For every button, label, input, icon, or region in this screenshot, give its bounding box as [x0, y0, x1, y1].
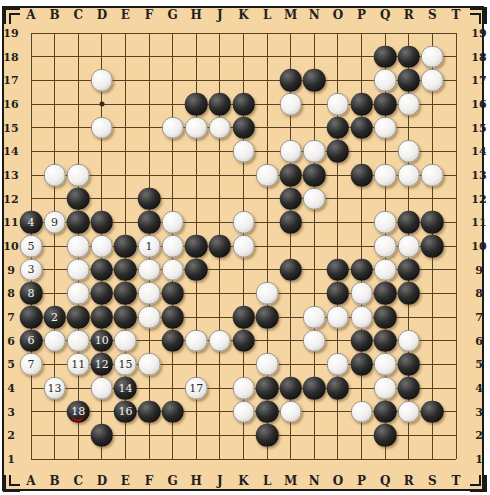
- coord-letter-bottom: D: [97, 475, 107, 487]
- black-stone-M13[interactable]: [279, 164, 302, 187]
- black-stone-R5[interactable]: [398, 353, 421, 376]
- move-number-label: 7: [21, 354, 42, 375]
- coord-number-left: 18: [3, 51, 18, 62]
- black-stone-Q8[interactable]: [374, 282, 397, 305]
- black-stone-N13[interactable]: [303, 164, 326, 187]
- white-stone-L5[interactable]: [256, 353, 279, 376]
- coord-number-right: 17: [471, 75, 486, 86]
- white-stone-B13[interactable]: [43, 164, 66, 187]
- coord-number-right: 14: [471, 146, 486, 157]
- black-stone-M4[interactable]: [279, 377, 302, 400]
- frame-corner-ornament: [3, 7, 21, 25]
- black-stone-C12[interactable]: [67, 187, 90, 210]
- black-stone-O14[interactable]: [327, 140, 350, 163]
- black-stone-C7[interactable]: [67, 306, 90, 329]
- coord-number-right: 7: [475, 312, 483, 323]
- coord-letter-bottom: G: [168, 475, 178, 487]
- move-number-label: 10: [91, 329, 114, 352]
- black-stone-M17[interactable]: [279, 69, 302, 92]
- move-number-label: 2: [43, 306, 66, 329]
- white-stone-E5[interactable]: 15: [114, 353, 137, 376]
- black-stone-L4[interactable]: [256, 377, 279, 400]
- black-stone-R11[interactable]: [398, 211, 421, 234]
- coord-letter-top: D: [97, 9, 107, 21]
- white-stone-L8[interactable]: [256, 282, 279, 305]
- black-stone-E3[interactable]: 16: [114, 400, 137, 423]
- black-stone-C3[interactable]: 18: [67, 400, 90, 423]
- black-stone-R17[interactable]: [398, 69, 421, 92]
- black-stone-O15[interactable]: [327, 116, 350, 139]
- white-stone-H6[interactable]: [185, 329, 208, 352]
- coord-letter-bottom: T: [452, 475, 461, 487]
- white-stone-B4[interactable]: 13: [43, 377, 66, 400]
- white-stone-B11[interactable]: 9: [43, 211, 66, 234]
- coord-letter-bottom: P: [357, 475, 366, 487]
- coord-letter-bottom: E: [121, 475, 130, 487]
- coord-number-left: 15: [3, 122, 18, 133]
- white-stone-D10[interactable]: [91, 235, 114, 258]
- black-stone-F3[interactable]: [138, 400, 161, 423]
- black-stone-R4[interactable]: [398, 377, 421, 400]
- black-stone-G6[interactable]: [161, 329, 184, 352]
- black-stone-P13[interactable]: [350, 164, 373, 187]
- move-number-label: 14: [114, 377, 137, 400]
- black-stone-D6[interactable]: 10: [91, 329, 114, 352]
- white-stone-R3[interactable]: [398, 400, 421, 423]
- black-stone-D7[interactable]: [91, 306, 114, 329]
- white-stone-G10[interactable]: [161, 235, 184, 258]
- coord-letter-bottom: B: [50, 475, 60, 487]
- white-stone-P7[interactable]: [350, 306, 373, 329]
- black-stone-B7[interactable]: 2: [43, 306, 66, 329]
- white-stone-G15[interactable]: [161, 116, 184, 139]
- coord-letter-bottom: H: [191, 475, 202, 487]
- move-number-label: 15: [115, 354, 136, 375]
- black-stone-Q7[interactable]: [374, 306, 397, 329]
- black-stone-D8[interactable]: [91, 282, 114, 305]
- coord-letter-top: K: [238, 9, 248, 21]
- coord-letter-bottom: J: [217, 475, 223, 487]
- black-stone-Q16[interactable]: [374, 93, 397, 116]
- coord-letter-top: O: [333, 9, 343, 21]
- move-number-label: 1: [139, 236, 160, 257]
- black-stone-A11[interactable]: 4: [20, 211, 43, 234]
- white-stone-D4[interactable]: [91, 377, 114, 400]
- black-stone-Q3[interactable]: [374, 400, 397, 423]
- white-stone-H15[interactable]: [185, 116, 208, 139]
- white-stone-N14[interactable]: [303, 140, 326, 163]
- black-stone-R9[interactable]: [398, 258, 421, 281]
- coord-number-right: 16: [471, 99, 486, 110]
- star-point: [99, 102, 104, 107]
- white-stone-S17[interactable]: [421, 69, 444, 92]
- coord-number-left: 7: [7, 312, 15, 323]
- black-stone-K16[interactable]: [232, 93, 255, 116]
- black-stone-N17[interactable]: [303, 69, 326, 92]
- coord-number-left: 5: [7, 359, 15, 370]
- coord-letter-top: L: [263, 9, 271, 21]
- white-stone-Q10[interactable]: [374, 235, 397, 258]
- coord-letter-top: J: [217, 9, 223, 21]
- coord-letter-top: R: [404, 9, 414, 21]
- white-stone-A5[interactable]: 7: [20, 353, 43, 376]
- white-stone-N12[interactable]: [303, 187, 326, 210]
- coord-number-right: 6: [475, 335, 483, 346]
- frame-corner-ornament: [469, 7, 487, 25]
- coord-letter-bottom: N: [309, 475, 320, 487]
- coord-number-right: 9: [475, 264, 483, 275]
- white-stone-Q9[interactable]: [374, 258, 397, 281]
- coord-letter-top: E: [121, 9, 130, 21]
- black-stone-D9[interactable]: [91, 258, 114, 281]
- black-stone-M11[interactable]: [279, 211, 302, 234]
- white-stone-K3[interactable]: [232, 400, 255, 423]
- black-stone-K15[interactable]: [232, 116, 255, 139]
- coord-number-left: 19: [3, 28, 18, 39]
- coord-letter-bottom: S: [428, 475, 437, 487]
- white-stone-R10[interactable]: [398, 235, 421, 258]
- move-number-label: 17: [186, 378, 207, 399]
- black-stone-J10[interactable]: [209, 235, 232, 258]
- black-stone-E4[interactable]: 14: [114, 377, 137, 400]
- white-stone-Q15[interactable]: [374, 116, 397, 139]
- coord-number-right: 15: [471, 122, 486, 133]
- white-stone-O16[interactable]: [327, 93, 350, 116]
- coord-number-right: 18: [471, 51, 486, 62]
- black-stone-E7[interactable]: [114, 306, 137, 329]
- white-stone-F8[interactable]: [138, 282, 161, 305]
- white-stone-Q13[interactable]: [374, 164, 397, 187]
- black-stone-P9[interactable]: [350, 258, 373, 281]
- coord-letter-top: N: [309, 9, 320, 21]
- white-stone-S18[interactable]: [421, 45, 444, 68]
- coord-letter-top: B: [50, 9, 60, 21]
- black-stone-Q18[interactable]: [374, 45, 397, 68]
- black-stone-K6[interactable]: [232, 329, 255, 352]
- move-number-label: 12: [91, 353, 114, 376]
- coord-letter-bottom: L: [263, 475, 271, 487]
- move-number-label: 5: [21, 236, 42, 257]
- black-stone-R8[interactable]: [398, 282, 421, 305]
- coord-letter-top: F: [145, 9, 154, 21]
- black-stone-O9[interactable]: [327, 258, 350, 281]
- white-stone-S13[interactable]: [421, 164, 444, 187]
- white-stone-R6[interactable]: [398, 329, 421, 352]
- move-number-label: 3: [21, 259, 42, 280]
- move-number-label: 9: [44, 212, 65, 233]
- coord-number-right: 4: [475, 383, 483, 394]
- white-stone-O7[interactable]: [327, 306, 350, 329]
- coord-letter-top: P: [357, 9, 366, 21]
- coord-number-right: 3: [475, 406, 483, 417]
- coord-number-left: 1: [7, 454, 15, 465]
- coord-letter-top: C: [73, 9, 83, 21]
- white-stone-Q4[interactable]: [374, 377, 397, 400]
- black-stone-L3[interactable]: [256, 400, 279, 423]
- coord-number-left: 13: [3, 170, 18, 181]
- black-stone-A8[interactable]: 8: [20, 282, 43, 305]
- coord-number-right: 13: [471, 170, 486, 181]
- black-stone-L7[interactable]: [256, 306, 279, 329]
- white-stone-J6[interactable]: [209, 329, 232, 352]
- white-stone-F10[interactable]: 1: [138, 235, 161, 258]
- grid-line-horizontal: [31, 459, 456, 460]
- white-stone-K11[interactable]: [232, 211, 255, 234]
- black-stone-P6[interactable]: [350, 329, 373, 352]
- black-stone-G8[interactable]: [161, 282, 184, 305]
- black-stone-K7[interactable]: [232, 306, 255, 329]
- white-stone-K10[interactable]: [232, 235, 255, 258]
- white-stone-R13[interactable]: [398, 164, 421, 187]
- coord-number-right: 1: [475, 454, 483, 465]
- white-stone-M16[interactable]: [279, 93, 302, 116]
- white-stone-K14[interactable]: [232, 140, 255, 163]
- white-stone-Q5[interactable]: [374, 353, 397, 376]
- coord-letter-bottom: C: [73, 475, 83, 487]
- black-stone-D5[interactable]: 12: [91, 353, 114, 376]
- white-stone-H4[interactable]: 17: [185, 377, 208, 400]
- coord-letter-top: Q: [380, 9, 390, 21]
- coord-letter-top: M: [284, 9, 297, 21]
- black-stone-O8[interactable]: [327, 282, 350, 305]
- black-stone-O4[interactable]: [327, 377, 350, 400]
- white-stone-L13[interactable]: [256, 164, 279, 187]
- coord-number-left: 3: [7, 406, 15, 417]
- coord-letter-top: H: [191, 9, 202, 21]
- coord-number-right: 10: [471, 241, 486, 252]
- black-stone-P15[interactable]: [350, 116, 373, 139]
- black-stone-R18[interactable]: [398, 45, 421, 68]
- move-number-label: 4: [20, 211, 43, 234]
- black-stone-S3[interactable]: [421, 400, 444, 423]
- coord-number-left: 14: [3, 146, 18, 157]
- move-number-label: 8: [20, 282, 43, 305]
- black-stone-D2[interactable]: [91, 424, 114, 447]
- coord-number-left: 8: [7, 288, 15, 299]
- black-stone-G3[interactable]: [161, 400, 184, 423]
- black-stone-E8[interactable]: [114, 282, 137, 305]
- move-number-label: 13: [44, 378, 65, 399]
- black-stone-H9[interactable]: [185, 258, 208, 281]
- black-stone-S10[interactable]: [421, 235, 444, 258]
- black-stone-E10[interactable]: [114, 235, 137, 258]
- black-stone-P5[interactable]: [350, 353, 373, 376]
- coord-letter-top: A: [26, 9, 35, 21]
- black-stone-C11[interactable]: [67, 211, 90, 234]
- white-stone-C6[interactable]: [67, 329, 90, 352]
- coord-letter-bottom: M: [284, 475, 297, 487]
- black-stone-E9[interactable]: [114, 258, 137, 281]
- coord-letter-bottom: R: [404, 475, 414, 487]
- white-stone-C8[interactable]: [67, 282, 90, 305]
- white-stone-M3[interactable]: [279, 400, 302, 423]
- white-stone-C9[interactable]: [67, 258, 90, 281]
- coord-letter-bottom: F: [145, 475, 154, 487]
- move-number-label: 16: [114, 400, 137, 423]
- white-stone-C13[interactable]: [67, 164, 90, 187]
- black-stone-L2[interactable]: [256, 424, 279, 447]
- black-stone-N4[interactable]: [303, 377, 326, 400]
- coord-number-right: 19: [471, 28, 486, 39]
- white-stone-P8[interactable]: [350, 282, 373, 305]
- black-stone-H10[interactable]: [185, 235, 208, 258]
- white-stone-A9[interactable]: 3: [20, 258, 43, 281]
- black-stone-M12[interactable]: [279, 187, 302, 210]
- black-stone-Q2[interactable]: [374, 424, 397, 447]
- coord-number-right: 2: [475, 430, 483, 441]
- white-stone-E6[interactable]: [114, 329, 137, 352]
- coord-letter-bottom: K: [238, 475, 248, 487]
- coord-number-left: 6: [7, 335, 15, 346]
- coord-number-right: 12: [471, 193, 486, 204]
- coord-number-right: 11: [471, 217, 486, 228]
- coord-number-left: 11: [3, 217, 18, 228]
- white-stone-D15[interactable]: [91, 116, 114, 139]
- coord-letter-top: G: [168, 9, 178, 21]
- coord-letter-top: S: [428, 9, 437, 21]
- white-stone-J15[interactable]: [209, 116, 232, 139]
- white-stone-R14[interactable]: [398, 140, 421, 163]
- white-stone-K4[interactable]: [232, 377, 255, 400]
- coord-number-left: 16: [3, 99, 18, 110]
- white-stone-F9[interactable]: [138, 258, 161, 281]
- black-stone-D11[interactable]: [91, 211, 114, 234]
- white-stone-P3[interactable]: [350, 400, 373, 423]
- move-number-label: 6: [20, 329, 43, 352]
- white-stone-O5[interactable]: [327, 353, 350, 376]
- white-stone-D17[interactable]: [91, 69, 114, 92]
- coord-number-left: 4: [7, 383, 15, 394]
- coord-number-right: 5: [475, 359, 483, 370]
- white-stone-G9[interactable]: [161, 258, 184, 281]
- white-stone-G11[interactable]: [161, 211, 184, 234]
- black-stone-F11[interactable]: [138, 211, 161, 234]
- frame-corner-ornament: [3, 474, 21, 492]
- coord-letter-bottom: O: [333, 475, 343, 487]
- move-number-label: 11: [68, 354, 89, 375]
- black-stone-P16[interactable]: [350, 93, 373, 116]
- coord-letter-top: T: [452, 9, 461, 21]
- black-stone-S11[interactable]: [421, 211, 444, 234]
- coord-number-left: 10: [3, 241, 18, 252]
- coord-number-left: 2: [7, 430, 15, 441]
- white-stone-C5[interactable]: 11: [67, 353, 90, 376]
- black-stone-G7[interactable]: [161, 306, 184, 329]
- white-stone-N6[interactable]: [303, 329, 326, 352]
- white-stone-F5[interactable]: [138, 353, 161, 376]
- white-stone-Q17[interactable]: [374, 69, 397, 92]
- go-board-screenshot: AA1919BB1818CC1717DD1616EE1515FF1414GG13…: [0, 0, 490, 495]
- frame-corner-ornament: [469, 474, 487, 492]
- white-stone-C10[interactable]: [67, 235, 90, 258]
- white-stone-B6[interactable]: [43, 329, 66, 352]
- coord-number-left: 9: [7, 264, 15, 275]
- black-stone-A7[interactable]: [20, 306, 43, 329]
- white-stone-A10[interactable]: 5: [20, 235, 43, 258]
- white-stone-F7[interactable]: [138, 306, 161, 329]
- coord-letter-bottom: A: [26, 475, 35, 487]
- coord-number-left: 17: [3, 75, 18, 86]
- white-stone-Q11[interactable]: [374, 211, 397, 234]
- black-stone-F12[interactable]: [138, 187, 161, 210]
- grid-line-vertical: [456, 33, 457, 459]
- black-stone-Q6[interactable]: [374, 329, 397, 352]
- coord-number-right: 8: [475, 288, 483, 299]
- black-stone-H16[interactable]: [185, 93, 208, 116]
- black-stone-M9[interactable]: [279, 258, 302, 281]
- coord-letter-bottom: Q: [380, 475, 390, 487]
- coord-number-left: 12: [3, 193, 18, 204]
- white-stone-M14[interactable]: [279, 140, 302, 163]
- black-stone-J16[interactable]: [209, 93, 232, 116]
- white-stone-N7[interactable]: [303, 306, 326, 329]
- white-stone-R16[interactable]: [398, 93, 421, 116]
- black-stone-A6[interactable]: 6: [20, 329, 43, 352]
